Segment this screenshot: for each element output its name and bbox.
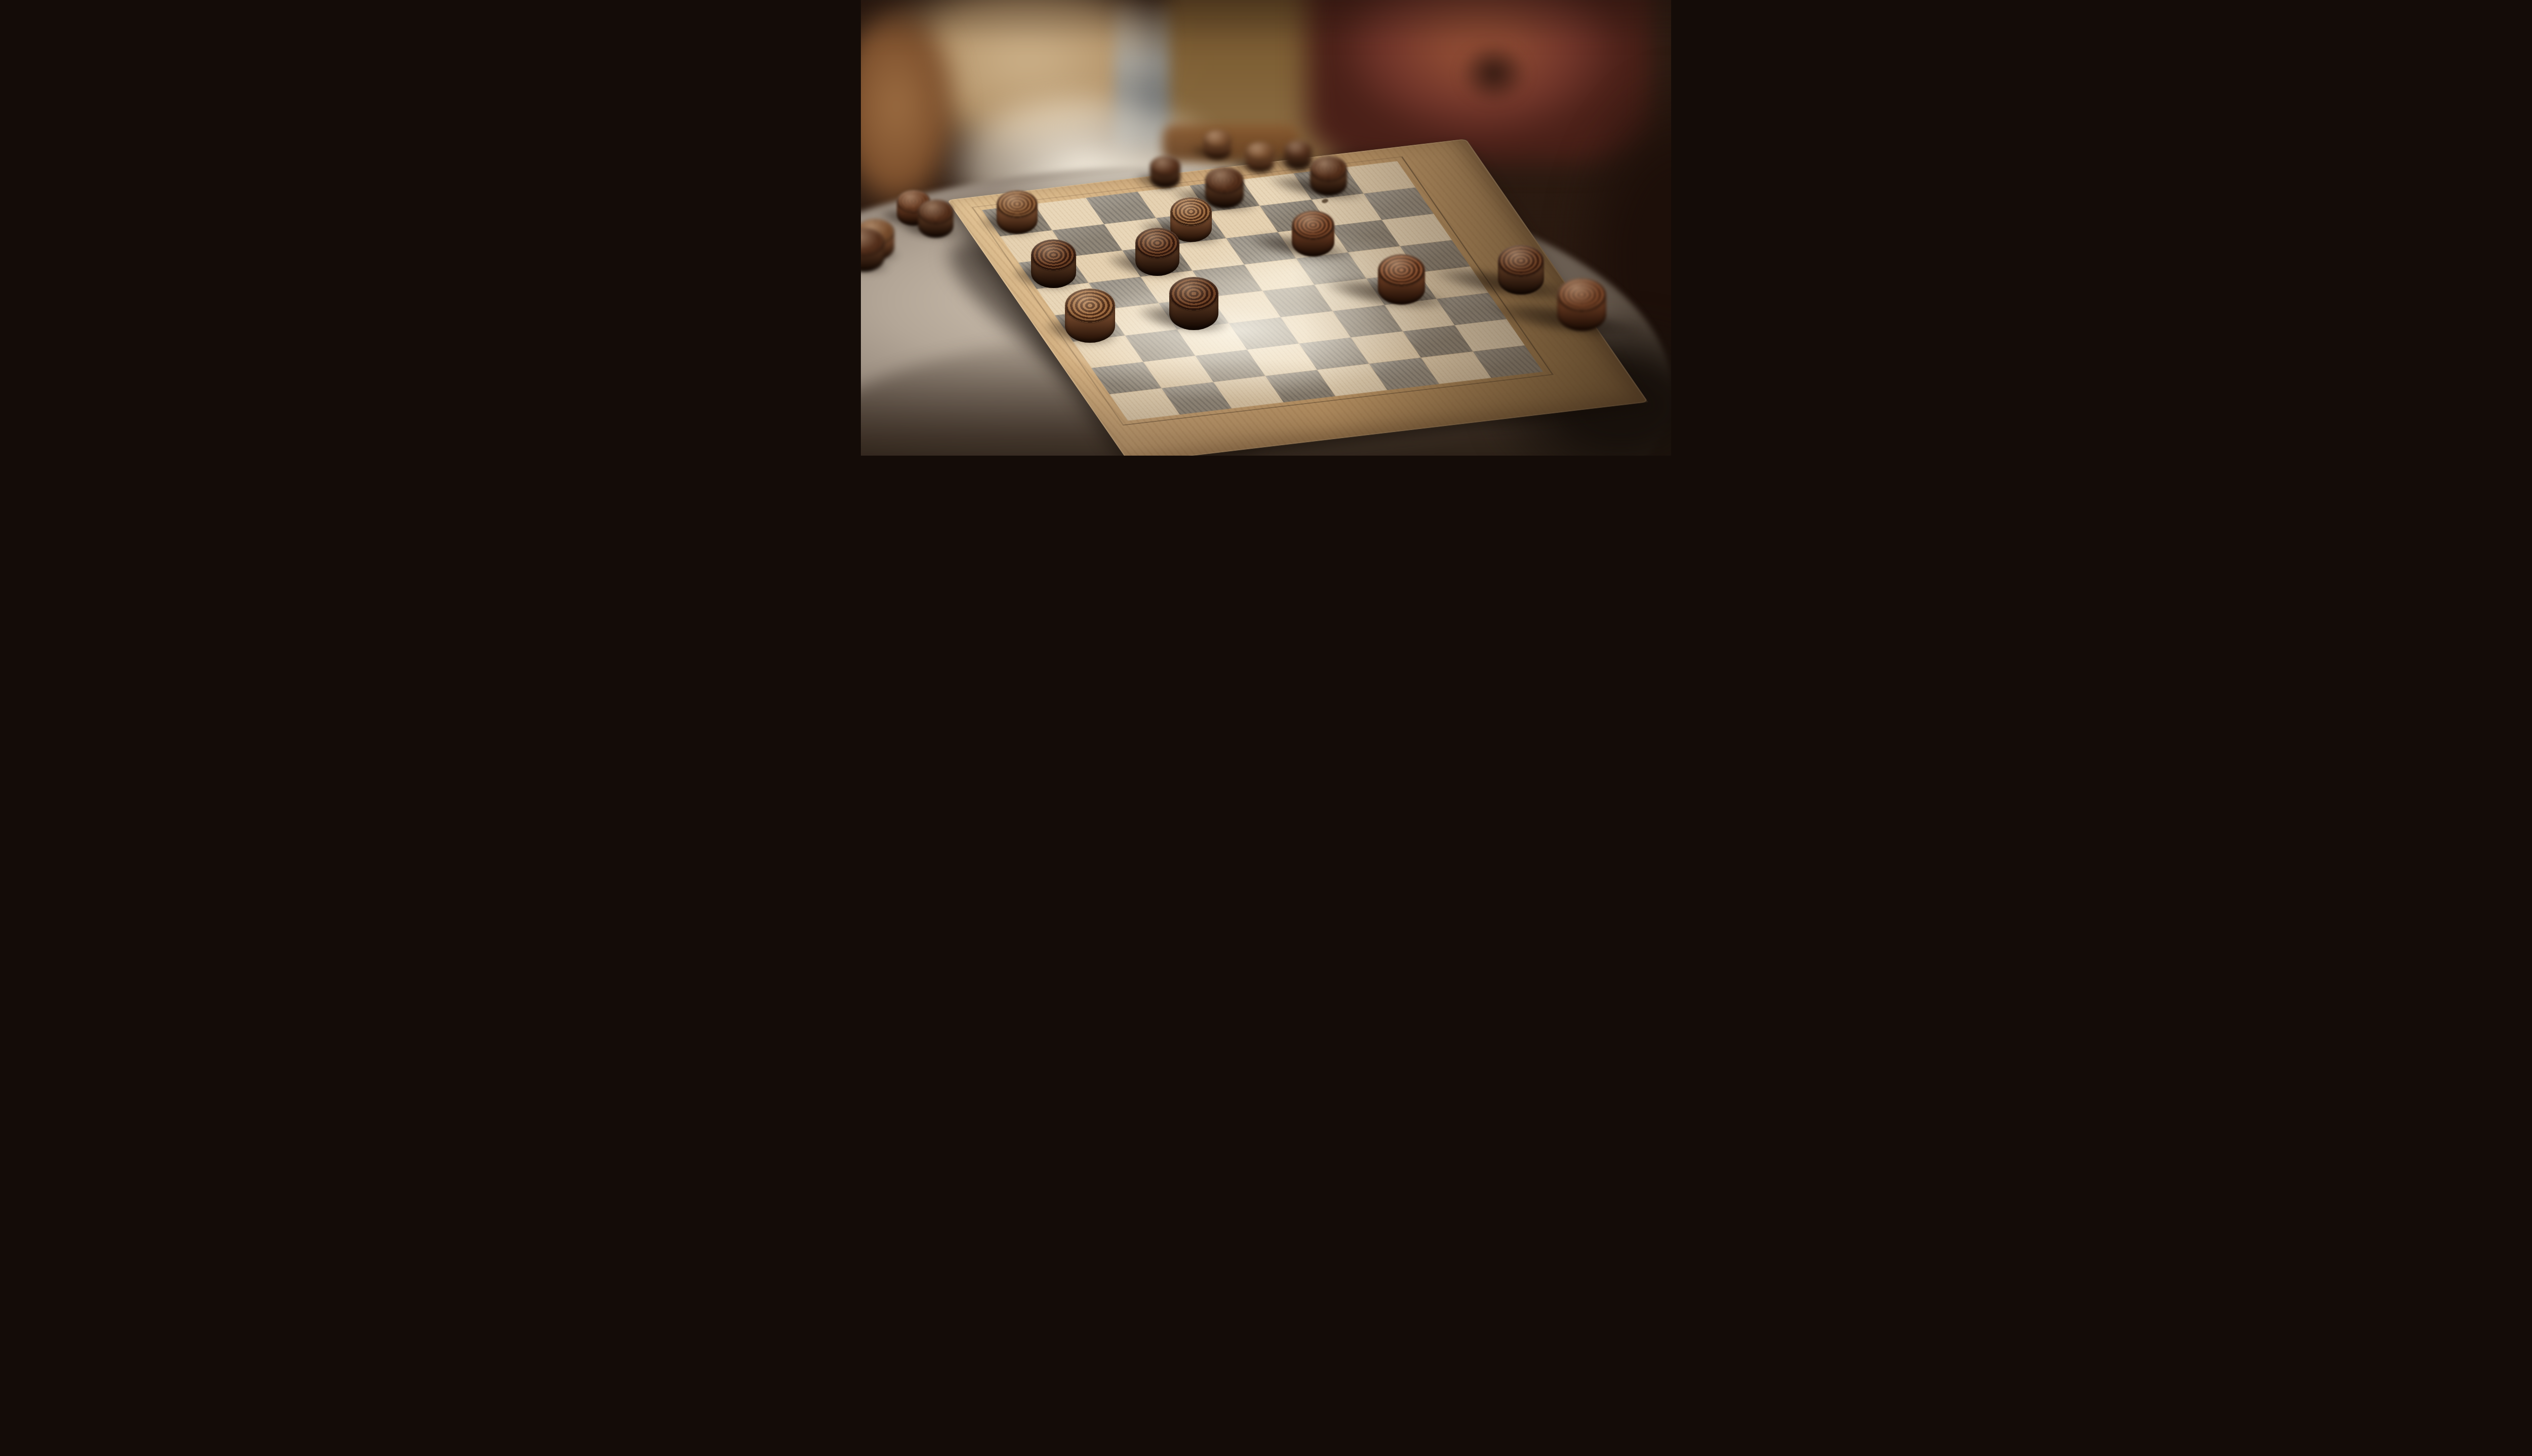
checker-piece-a6[interactable]: ⛂ xyxy=(1031,239,1077,289)
checker-piece-far-1[interactable]: ⛂ xyxy=(1204,130,1231,159)
photo-scene: ⛂⛂⛂⛂⛂⛂⛂⛂⛂⛂⛂⛂⛂⛂⛂⛂⛂⛂⛂⛂ xyxy=(861,0,1671,456)
checker-piece-frame-corner[interactable]: ⛂ xyxy=(1557,278,1606,331)
checker-piece-c6[interactable]: ⛂ xyxy=(1135,228,1180,276)
checker-piece-frame-right[interactable]: ⛂ xyxy=(1498,245,1544,295)
blue-reflection-streak xyxy=(1114,0,1170,162)
checker-piece-far-edge[interactable]: ⛂ xyxy=(1150,156,1180,189)
checker-piece-left-4[interactable]: ⛂ xyxy=(861,228,884,272)
dark-background-top xyxy=(861,0,1671,46)
armchair-shadow xyxy=(1451,35,1537,111)
checker-piece-far-3[interactable]: ⛂ xyxy=(1285,141,1312,170)
checker-piece-g8[interactable]: ⛂ xyxy=(1310,156,1348,196)
checker-piece-f6[interactable]: ⛂ xyxy=(1292,211,1334,257)
checker-piece-g4[interactable]: ⛂ xyxy=(1378,254,1425,305)
checker-piece-c4[interactable]: ⛂ xyxy=(1169,277,1218,330)
checker-piece-a8[interactable]: ⛂ xyxy=(997,190,1037,234)
checker-piece-far-2[interactable]: ⛂ xyxy=(1246,142,1274,173)
checker-piece-left-2[interactable]: ⛂ xyxy=(918,199,954,238)
armchair-blur xyxy=(1307,0,1651,162)
checker-piece-a4[interactable]: ⛂ xyxy=(1065,289,1115,343)
